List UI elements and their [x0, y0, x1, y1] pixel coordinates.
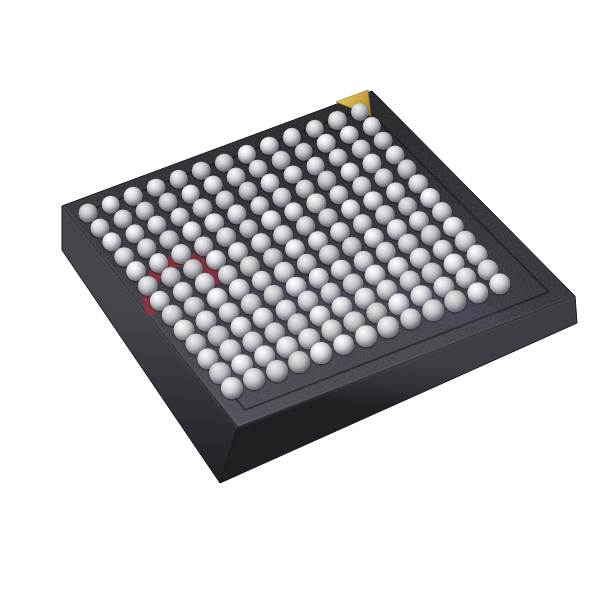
watermark-blue-smudge-1: [246, 272, 373, 323]
watermark-layer: [0, 0, 600, 600]
photo-stage: [0, 0, 600, 600]
watermark-blue-smudge-2: [358, 273, 506, 336]
watermark-red-arc: [149, 260, 219, 314]
